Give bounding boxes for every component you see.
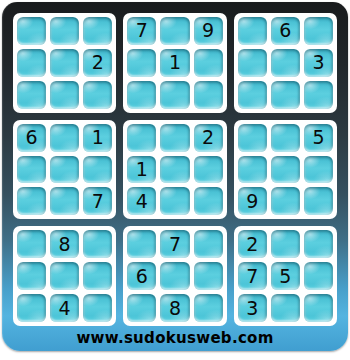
cell-r1c1[interactable] [17, 17, 46, 45]
cell-r5c8[interactable] [271, 156, 300, 184]
sudoku-box-grid: 27916361721459847682753 [13, 13, 337, 326]
sudoku-board: 27916361721459847682753 www.sudokusweb.c… [2, 2, 348, 351]
cell-r6c9[interactable] [304, 187, 333, 215]
cell-r6c2[interactable] [50, 187, 79, 215]
cell-r2c4[interactable] [127, 49, 156, 77]
cell-r2c5[interactable]: 1 [160, 49, 189, 77]
site-url-link[interactable]: www.sudokusweb.com [76, 329, 273, 347]
cell-r5c2[interactable] [50, 156, 79, 184]
cell-r6c5[interactable] [160, 187, 189, 215]
cell-r8c5[interactable] [160, 262, 189, 290]
cell-r3c3[interactable] [83, 81, 112, 109]
cell-r9c7[interactable]: 3 [238, 294, 267, 322]
cell-r3c2[interactable] [50, 81, 79, 109]
cell-r7c7[interactable]: 2 [238, 230, 267, 258]
cell-r1c2[interactable] [50, 17, 79, 45]
cell-r5c6[interactable] [194, 156, 223, 184]
cell-r1c3[interactable] [83, 17, 112, 45]
cell-r8c2[interactable] [50, 262, 79, 290]
cell-r9c8[interactable] [271, 294, 300, 322]
cell-r8c4[interactable]: 6 [127, 262, 156, 290]
cell-r7c6[interactable] [194, 230, 223, 258]
cell-r4c8[interactable] [271, 124, 300, 152]
cell-r3c5[interactable] [160, 81, 189, 109]
cell-r7c8[interactable] [271, 230, 300, 258]
cell-r4c2[interactable] [50, 124, 79, 152]
cell-r7c1[interactable] [17, 230, 46, 258]
cell-r3c7[interactable] [238, 81, 267, 109]
cell-r7c5[interactable]: 7 [160, 230, 189, 258]
cell-r4c7[interactable] [238, 124, 267, 152]
box-2-1: 768 [123, 226, 226, 326]
cell-r3c8[interactable] [271, 81, 300, 109]
box-1-0: 617 [13, 120, 116, 220]
cell-r9c3[interactable] [83, 294, 112, 322]
box-2-2: 2753 [234, 226, 337, 326]
cell-r2c6[interactable] [194, 49, 223, 77]
cell-r8c8[interactable]: 5 [271, 262, 300, 290]
box-0-0: 2 [13, 13, 116, 113]
box-1-2: 59 [234, 120, 337, 220]
cell-r8c3[interactable] [83, 262, 112, 290]
cell-r6c1[interactable] [17, 187, 46, 215]
cell-r2c8[interactable] [271, 49, 300, 77]
cell-r6c7[interactable]: 9 [238, 187, 267, 215]
cell-r3c4[interactable] [127, 81, 156, 109]
cell-r7c9[interactable] [304, 230, 333, 258]
cell-r3c1[interactable] [17, 81, 46, 109]
cell-r1c5[interactable] [160, 17, 189, 45]
cell-r5c5[interactable] [160, 156, 189, 184]
box-1-1: 214 [123, 120, 226, 220]
cell-r9c2[interactable]: 4 [50, 294, 79, 322]
cell-r8c7[interactable]: 7 [238, 262, 267, 290]
cell-r6c6[interactable] [194, 187, 223, 215]
cell-r9c9[interactable] [304, 294, 333, 322]
cell-r5c9[interactable] [304, 156, 333, 184]
cell-r5c4[interactable]: 1 [127, 156, 156, 184]
cell-r1c6[interactable]: 9 [194, 17, 223, 45]
cell-r2c3[interactable]: 2 [83, 49, 112, 77]
cell-r9c6[interactable] [194, 294, 223, 322]
box-0-2: 63 [234, 13, 337, 113]
cell-r9c5[interactable]: 8 [160, 294, 189, 322]
cell-r5c1[interactable] [17, 156, 46, 184]
cell-r2c9[interactable]: 3 [304, 49, 333, 77]
cell-r8c6[interactable] [194, 262, 223, 290]
cell-r6c8[interactable] [271, 187, 300, 215]
cell-r8c9[interactable] [304, 262, 333, 290]
cell-r2c7[interactable] [238, 49, 267, 77]
cell-r4c6[interactable]: 2 [194, 124, 223, 152]
cell-r6c3[interactable]: 7 [83, 187, 112, 215]
cell-r4c3[interactable]: 1 [83, 124, 112, 152]
cell-r4c1[interactable]: 6 [17, 124, 46, 152]
cell-r7c2[interactable]: 8 [50, 230, 79, 258]
cell-r7c3[interactable] [83, 230, 112, 258]
cell-r1c7[interactable] [238, 17, 267, 45]
cell-r2c1[interactable] [17, 49, 46, 77]
cell-r5c3[interactable] [83, 156, 112, 184]
cell-r8c1[interactable] [17, 262, 46, 290]
cell-r4c4[interactable] [127, 124, 156, 152]
cell-r4c5[interactable] [160, 124, 189, 152]
cell-r3c9[interactable] [304, 81, 333, 109]
cell-r1c4[interactable]: 7 [127, 17, 156, 45]
cell-r1c8[interactable]: 6 [271, 17, 300, 45]
cell-r4c9[interactable]: 5 [304, 124, 333, 152]
cell-r5c7[interactable] [238, 156, 267, 184]
footer-bar: www.sudokusweb.com [2, 325, 348, 351]
cell-r9c4[interactable] [127, 294, 156, 322]
cell-r6c4[interactable]: 4 [127, 187, 156, 215]
cell-r3c6[interactable] [194, 81, 223, 109]
cell-r2c2[interactable] [50, 49, 79, 77]
box-0-1: 791 [123, 13, 226, 113]
cell-r9c1[interactable] [17, 294, 46, 322]
cell-r7c4[interactable] [127, 230, 156, 258]
box-2-0: 84 [13, 226, 116, 326]
cell-r1c9[interactable] [304, 17, 333, 45]
